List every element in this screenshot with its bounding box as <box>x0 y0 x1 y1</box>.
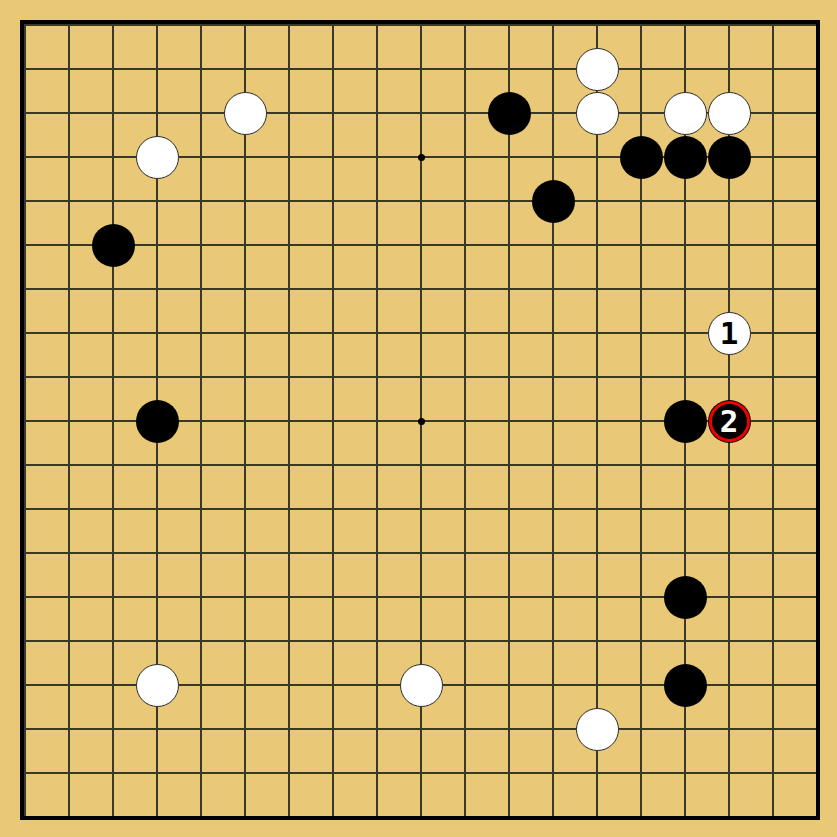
go-board[interactable]: 12 <box>3 3 837 837</box>
stone-white-D16 <box>136 136 179 179</box>
stone-black-Q10 <box>664 400 707 443</box>
stone-white-R17 <box>708 92 751 135</box>
move-number: 2 <box>720 406 739 437</box>
stone-black-N15 <box>532 180 575 223</box>
stone-black-D10 <box>136 400 179 443</box>
go-board-diagram: 12 <box>0 0 837 837</box>
stone-black-C14 <box>92 224 135 267</box>
stone-white-Q17 <box>664 92 707 135</box>
stone-black-Q4 <box>664 664 707 707</box>
stone-white-O3 <box>576 708 619 751</box>
star-point <box>418 154 425 161</box>
stone-black-R16 <box>708 136 751 179</box>
star-point <box>418 418 425 425</box>
stone-black-Q6 <box>664 576 707 619</box>
stone-black-P16 <box>620 136 663 179</box>
stone-white-D4 <box>136 664 179 707</box>
move-2-stone-R10: 2 <box>708 400 751 443</box>
move-1-stone-R12: 1 <box>708 312 751 355</box>
stone-white-O17 <box>576 92 619 135</box>
stone-white-O18 <box>576 48 619 91</box>
stone-black-Q16 <box>664 136 707 179</box>
stone-white-K4 <box>400 664 443 707</box>
stone-white-F17 <box>224 92 267 135</box>
stone-black-M17 <box>488 92 531 135</box>
move-number: 1 <box>720 318 739 349</box>
